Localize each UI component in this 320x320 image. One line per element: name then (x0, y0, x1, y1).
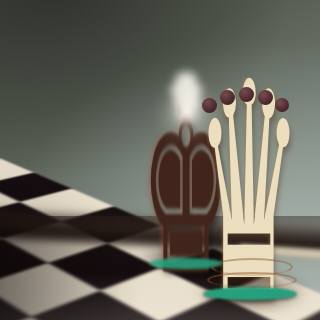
crown-ball (202, 98, 217, 113)
photo-scene: ♚ ♛ (0, 0, 320, 320)
queen-base-carving-lower (207, 272, 297, 288)
crown-ball (239, 87, 254, 102)
queen-felt-base (203, 287, 297, 300)
crown-ball (275, 98, 289, 112)
crown-ball (220, 90, 235, 105)
crown-ball (258, 90, 273, 105)
